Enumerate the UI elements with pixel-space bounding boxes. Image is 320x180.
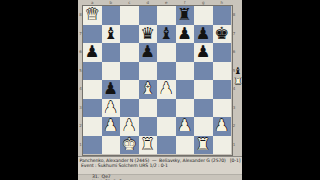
square-g8[interactable]: [194, 6, 213, 25]
square-f4[interactable]: [176, 80, 195, 99]
square-e3[interactable]: [157, 99, 176, 118]
square-b8[interactable]: [102, 6, 121, 25]
square-a5[interactable]: [83, 62, 102, 81]
left-black-bar: [0, 0, 78, 180]
square-b3[interactable]: ♟: [102, 99, 121, 118]
white-pawn: ♟: [103, 99, 118, 116]
square-h2[interactable]: ♟: [213, 117, 232, 136]
rank-label-2: 2: [231, 117, 237, 136]
black-pawn: ♟: [140, 44, 155, 61]
square-f2[interactable]: ♟: [176, 117, 195, 136]
square-d1[interactable]: ♜: [139, 136, 158, 155]
square-a8[interactable]: ♛: [83, 6, 102, 25]
square-c3[interactable]: [120, 99, 139, 118]
square-h5[interactable]: [213, 62, 232, 81]
white-pawn: ♟: [103, 118, 118, 135]
black-pawn: ♟: [103, 81, 118, 98]
square-f1[interactable]: [176, 136, 195, 155]
next-move: Next: 31. Rc8: [92, 179, 122, 180]
square-d2[interactable]: [139, 117, 158, 136]
white-pawn: ♟: [177, 118, 192, 135]
rank-label-3: 3: [231, 99, 237, 118]
square-c7[interactable]: [120, 25, 139, 44]
square-a3[interactable]: [83, 99, 102, 118]
square-f7[interactable]: ♟: [176, 25, 195, 44]
tray-white-rook: ♜: [234, 76, 243, 86]
black-pawn: ♟: [177, 25, 192, 42]
square-f8[interactable]: ♜: [176, 6, 195, 25]
square-b5[interactable]: [102, 62, 121, 81]
square-a2[interactable]: [83, 117, 102, 136]
square-d6[interactable]: ♟: [139, 43, 158, 62]
square-h1[interactable]: [213, 136, 232, 155]
black-rook: ♜: [177, 7, 192, 24]
square-e5[interactable]: [157, 62, 176, 81]
square-g4[interactable]: [194, 80, 213, 99]
square-g6[interactable]: ♟: [194, 43, 213, 62]
black-pawn: ♟: [85, 44, 100, 61]
black-bishop: ♝: [159, 25, 174, 42]
rank-label-6: 6: [231, 43, 237, 62]
right-black-bar: [242, 0, 320, 180]
square-b4[interactable]: ♟: [102, 80, 121, 99]
black-king: ♚: [214, 25, 229, 42]
square-d7[interactable]: ♛: [139, 25, 158, 44]
square-b6[interactable]: [102, 43, 121, 62]
square-h6[interactable]: [213, 43, 232, 62]
square-f5[interactable]: [176, 62, 195, 81]
square-b1[interactable]: [102, 136, 121, 155]
square-g5[interactable]: [194, 62, 213, 81]
square-g1[interactable]: ♜: [194, 136, 213, 155]
rank-label-8: 8: [231, 6, 237, 25]
square-a7[interactable]: [83, 25, 102, 44]
black-bishop: ♝: [103, 25, 118, 42]
square-e8[interactable]: [157, 6, 176, 25]
square-h3[interactable]: [213, 99, 232, 118]
square-d8[interactable]: [139, 6, 158, 25]
white-rook: ♜: [196, 136, 211, 153]
white-bishop: ♝: [140, 81, 155, 98]
square-h4[interactable]: [213, 80, 232, 99]
square-e6[interactable]: [157, 43, 176, 62]
square-h7[interactable]: ♚: [213, 25, 232, 44]
chess-viewer-panel: abcdefgh8♛♜87♝♛♝♟♟♚76♟♟♟6554♟♝♟43♟32♟♟♟♟…: [78, 0, 242, 180]
white-pawn: ♟: [214, 118, 229, 135]
square-f3[interactable]: [176, 99, 195, 118]
square-a1[interactable]: [83, 136, 102, 155]
square-g2[interactable]: [194, 117, 213, 136]
white-rook: ♜: [140, 136, 155, 153]
square-e2[interactable]: [157, 117, 176, 136]
square-g7[interactable]: ♟: [194, 25, 213, 44]
game-info-bar: Panchenko, Alexander N (2445) — Beliavsk…: [78, 156, 242, 175]
square-c1[interactable]: ♚: [120, 136, 139, 155]
white-pawn: ♟: [122, 118, 137, 135]
square-a4[interactable]: [83, 80, 102, 99]
video-frame: abcdefgh8♛♜87♝♛♝♟♟♚76♟♟♟6554♟♝♟43♟32♟♟♟♟…: [0, 0, 320, 180]
square-h8[interactable]: [213, 6, 232, 25]
square-c4[interactable]: [120, 80, 139, 99]
square-d3[interactable]: [139, 99, 158, 118]
square-e1[interactable]: [157, 136, 176, 155]
square-c2[interactable]: ♟: [120, 117, 139, 136]
square-e4[interactable]: ♟: [157, 80, 176, 99]
square-d5[interactable]: [139, 62, 158, 81]
square-c5[interactable]: [120, 62, 139, 81]
square-e7[interactable]: ♝: [157, 25, 176, 44]
square-b7[interactable]: ♝: [102, 25, 121, 44]
black-queen: ♛: [140, 25, 155, 42]
square-a6[interactable]: ♟: [83, 43, 102, 62]
white-king: ♚: [122, 136, 137, 153]
square-d4[interactable]: ♝: [139, 80, 158, 99]
square-b2[interactable]: ♟: [102, 117, 121, 136]
rank-label-1: 1: [231, 136, 237, 155]
black-pawn: ♟: [196, 44, 211, 61]
square-g3[interactable]: [194, 99, 213, 118]
current-move: 31. Qe7: [92, 174, 111, 179]
square-c8[interactable]: [120, 6, 139, 25]
square-f6[interactable]: [176, 43, 195, 62]
white-queen: ♛: [85, 7, 100, 24]
white-pawn: ♟: [159, 81, 174, 98]
square-c6[interactable]: [120, 43, 139, 62]
rank-label-7: 7: [231, 25, 237, 44]
chess-board[interactable]: abcdefgh8♛♜87♝♛♝♟♟♚76♟♟♟6554♟♝♟43♟32♟♟♟♟…: [78, 0, 237, 159]
black-pawn: ♟: [196, 25, 211, 42]
status-line: 31. Qe7 Next: 31. Rc8 Length: 34 Materia…: [78, 169, 242, 180]
